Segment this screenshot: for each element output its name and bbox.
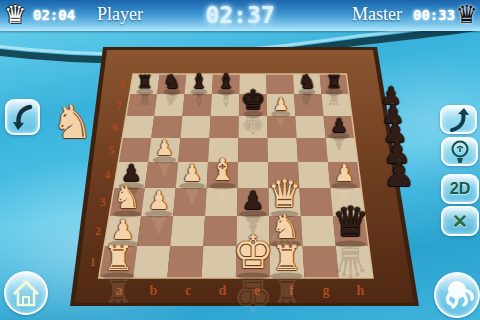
piece-reflection: ♛ <box>332 241 369 282</box>
piece-black-b-c8[interactable]: ♝ <box>190 71 208 91</box>
board-coordinate-label: 2 <box>95 224 101 238</box>
piece-reflection: ♝ <box>209 183 236 213</box>
lightbulb-icon <box>447 139 473 165</box>
piece-white-p-h4[interactable]: ♟ <box>334 162 355 185</box>
piece-white-p-c4[interactable]: ♟ <box>182 162 203 185</box>
piece-white-b-d4[interactable]: ♝ <box>209 155 236 185</box>
piece-black-r-a8[interactable]: ♜ <box>137 73 153 91</box>
board-coordinate-label: d <box>219 283 227 298</box>
home-button[interactable] <box>4 271 48 315</box>
piece-white-n-a3[interactable]: ♞ <box>113 182 141 213</box>
chess-app-screen: ♛ 02:04 Player 02:37 Master 00:33 ♛ abcd… <box>0 0 480 320</box>
piece-white-r-a1[interactable]: ♜ <box>103 241 133 275</box>
piece-reflection: ♚ <box>232 273 273 319</box>
undo-arrow-icon <box>10 103 36 131</box>
captured-white-knight: ♞ <box>51 99 92 145</box>
mode-2d-button[interactable]: 2D <box>441 174 479 204</box>
piece-white-p-b5[interactable]: ♟ <box>155 138 174 159</box>
piece-white-p-f7[interactable]: ♟ <box>273 96 288 113</box>
piece-reflection: ♜ <box>271 273 301 307</box>
board-coordinate-label: g <box>323 283 330 298</box>
mode-2d-label: 2D <box>450 180 470 198</box>
close-icon: ✕ <box>452 210 468 233</box>
board-coordinate-label: 1 <box>90 255 96 269</box>
piece-white-k-e1[interactable]: ♚ <box>232 229 273 275</box>
piece-reflection: ♚ <box>241 111 265 138</box>
piece-black-b-d8[interactable]: ♝ <box>217 71 235 91</box>
board-coordinate-label: 7 <box>116 98 122 112</box>
redo-button[interactable] <box>440 105 477 134</box>
board-coordinate-label: 3 <box>100 195 106 209</box>
piece-black-p-h6[interactable]: ♟ <box>330 116 347 135</box>
redo-arrow-icon <box>446 107 472 133</box>
board-coordinate-label: b <box>150 283 158 298</box>
undo-button[interactable] <box>5 99 40 135</box>
piece-white-p-b3[interactable]: ♟ <box>147 188 169 213</box>
piece-black-q-h2[interactable]: ♛ <box>332 202 369 243</box>
board-coordinate-label: 5 <box>109 143 115 157</box>
board-coordinate-label: 4 <box>104 168 110 182</box>
close-button[interactable]: ✕ <box>441 206 479 236</box>
piece-reflection: ♟ <box>155 157 174 178</box>
piece-black-n-g8[interactable]: ♞ <box>299 72 316 91</box>
hint-button[interactable] <box>441 137 478 166</box>
piece-white-r-f1[interactable]: ♜ <box>271 241 301 275</box>
piece-black-r-h8[interactable]: ♜ <box>326 73 342 91</box>
board-coordinate-label: c <box>185 283 191 298</box>
captured-black-pawn: ♟ <box>383 157 414 192</box>
board-coordinate-label: 6 <box>112 120 118 134</box>
piece-black-k-e7[interactable]: ♚ <box>241 86 265 113</box>
piece-reflection: ♜ <box>103 273 133 307</box>
board-coordinate-label: 8 <box>120 77 126 91</box>
piece-black-n-b8[interactable]: ♞ <box>163 72 180 91</box>
piece-reflection: ♟ <box>182 183 203 206</box>
menu-button[interactable] <box>434 272 480 318</box>
octopus-icon <box>439 277 475 313</box>
home-icon <box>9 277 43 309</box>
piece-black-p-e3[interactable]: ♟ <box>242 188 264 213</box>
